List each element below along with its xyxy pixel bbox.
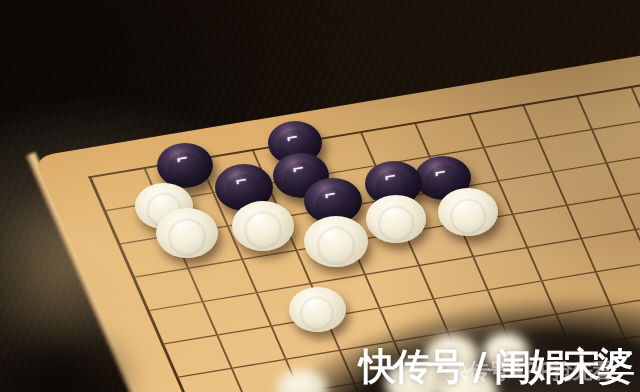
bowl-white-stone bbox=[483, 333, 529, 371]
go-photo-stage: ●⌐●⌐●⌐●⌐●⌐●⌐●⌐○⌐○⌐○⌐○⌐○⌐○⌐○⌐ 快传号APP抢先看 快… bbox=[0, 0, 640, 392]
corner-shadow bbox=[0, 300, 170, 392]
